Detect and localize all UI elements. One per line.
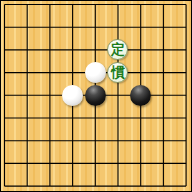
board-point-e8[interactable] (84, 152, 107, 175)
board-point-c5[interactable] (39, 84, 62, 107)
board-point-g9[interactable] (129, 175, 152, 192)
board-point-b4[interactable] (16, 61, 39, 84)
board-point-d1[interactable] (61, 0, 84, 16)
board-point-f6[interactable] (107, 107, 130, 130)
board-point-i7[interactable] (175, 129, 192, 152)
board-point-d5[interactable] (61, 84, 84, 107)
board-point-f9[interactable] (107, 175, 130, 192)
board-point-c1[interactable] (39, 0, 62, 16)
board-point-e1[interactable] (84, 0, 107, 16)
board-point-i6[interactable] (175, 107, 192, 130)
board-point-d7[interactable] (61, 129, 84, 152)
board-point-i1[interactable] (175, 0, 192, 16)
board-point-g5[interactable] (129, 84, 152, 107)
board-point-d2[interactable] (61, 16, 84, 39)
board-point-h5[interactable] (152, 84, 175, 107)
board-point-i4[interactable] (175, 61, 192, 84)
board-point-h9[interactable] (152, 175, 175, 192)
board-point-i3[interactable] (175, 39, 192, 62)
board-point-c4[interactable] (39, 61, 62, 84)
board-point-a5[interactable] (0, 84, 16, 107)
board-point-i8[interactable] (175, 152, 192, 175)
board-point-e7[interactable] (84, 129, 107, 152)
board-point-a1[interactable] (0, 0, 16, 16)
board-point-c8[interactable] (39, 152, 62, 175)
board-intersections: 定慣 (0, 0, 192, 192)
board-point-g1[interactable] (129, 0, 152, 16)
board-point-d6[interactable] (61, 107, 84, 130)
board-point-a2[interactable] (0, 16, 16, 39)
board-point-c3[interactable] (39, 39, 62, 62)
board-point-e9[interactable] (84, 175, 107, 192)
black-stone[interactable] (85, 85, 106, 106)
board-point-h2[interactable] (152, 16, 175, 39)
board-point-a6[interactable] (0, 107, 16, 130)
board-point-b6[interactable] (16, 107, 39, 130)
board-point-f2[interactable] (107, 16, 130, 39)
board-point-i2[interactable] (175, 16, 192, 39)
board-point-g4[interactable] (129, 61, 152, 84)
board-point-f5[interactable] (107, 84, 130, 107)
board-point-e3[interactable] (84, 39, 107, 62)
board-point-c2[interactable] (39, 16, 62, 39)
board-point-d9[interactable] (61, 175, 84, 192)
board-point-c6[interactable] (39, 107, 62, 130)
board-point-g7[interactable] (129, 129, 152, 152)
board-point-a4[interactable] (0, 61, 16, 84)
board-point-f7[interactable] (107, 129, 130, 152)
board-point-d3[interactable] (61, 39, 84, 62)
board-point-f8[interactable] (107, 152, 130, 175)
board-point-d4[interactable] (61, 61, 84, 84)
board-point-b7[interactable] (16, 129, 39, 152)
board-point-b5[interactable] (16, 84, 39, 107)
board-point-g6[interactable] (129, 107, 152, 130)
go-board: 定慣 (0, 0, 192, 192)
board-point-b2[interactable] (16, 16, 39, 39)
board-point-g8[interactable] (129, 152, 152, 175)
board-point-e5[interactable] (84, 84, 107, 107)
board-point-g2[interactable] (129, 16, 152, 39)
white-stone[interactable] (85, 62, 106, 83)
move-label-marker[interactable]: 定 (107, 39, 128, 60)
move-label-marker[interactable]: 慣 (107, 62, 128, 83)
board-point-b9[interactable] (16, 175, 39, 192)
board-point-c7[interactable] (39, 129, 62, 152)
board-point-b1[interactable] (16, 0, 39, 16)
board-point-h6[interactable] (152, 107, 175, 130)
board-point-i9[interactable] (175, 175, 192, 192)
board-point-a7[interactable] (0, 129, 16, 152)
board-point-h3[interactable] (152, 39, 175, 62)
board-point-f4[interactable]: 慣 (107, 61, 130, 84)
board-point-b3[interactable] (16, 39, 39, 62)
board-point-e4[interactable] (84, 61, 107, 84)
board-point-d8[interactable] (61, 152, 84, 175)
board-point-h1[interactable] (152, 0, 175, 16)
board-point-h4[interactable] (152, 61, 175, 84)
board-point-a8[interactable] (0, 152, 16, 175)
board-point-c9[interactable] (39, 175, 62, 192)
board-point-h8[interactable] (152, 152, 175, 175)
white-stone[interactable] (62, 85, 83, 106)
board-point-h7[interactable] (152, 129, 175, 152)
board-point-b8[interactable] (16, 152, 39, 175)
board-point-f3[interactable]: 定 (107, 39, 130, 62)
black-stone[interactable] (130, 85, 151, 106)
board-point-e2[interactable] (84, 16, 107, 39)
board-point-a3[interactable] (0, 39, 16, 62)
board-point-a9[interactable] (0, 175, 16, 192)
board-point-f1[interactable] (107, 0, 130, 16)
board-point-e6[interactable] (84, 107, 107, 130)
board-point-i5[interactable] (175, 84, 192, 107)
board-point-g3[interactable] (129, 39, 152, 62)
